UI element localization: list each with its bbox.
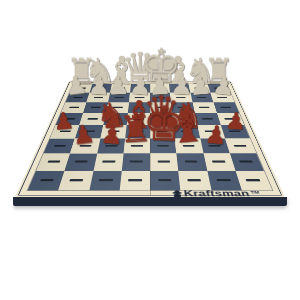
square-e1 (150, 171, 181, 191)
pawn-piece-glyph: ♟ (211, 73, 236, 100)
square-h1 (235, 171, 272, 191)
square-g1 (207, 171, 242, 191)
square-e2 (150, 153, 178, 170)
board-front-edge (13, 197, 287, 206)
square-c1 (89, 171, 122, 191)
square-d1 (119, 171, 150, 191)
square-g2 (203, 153, 235, 170)
kraftsman-logo-text: Kraftsman (183, 190, 250, 197)
craftsman-hat-figure-icon (173, 190, 183, 197)
square-f2 (177, 153, 207, 170)
product-photo: ♜♞♝♛♚♝♞♜♟♟♟♟♟♟♟♟♟♞♝♛♞♟♟♟♜♚♝♟ Kraftsman K… (0, 0, 300, 300)
board-scene: ♜♞♝♛♚♝♞♜♟♟♟♟♟♟♟♟♟♞♝♛♞♟♟♟♜♚♝♟ Kraftsman K… (0, 0, 300, 300)
square-f3: ♝ (175, 138, 203, 153)
square-c2 (93, 153, 123, 170)
square-g3: ♟ (200, 138, 230, 153)
square-h7: ♟ (210, 93, 234, 103)
kraftsman-logo: Kraftsman TM (173, 190, 261, 197)
square-b3: ♟ (70, 138, 100, 153)
bishop-piece-glyph: ♝ (168, 106, 207, 149)
square-d2 (122, 153, 150, 170)
square-b1 (58, 171, 93, 191)
square-b2 (65, 153, 97, 170)
square-f1 (178, 171, 211, 191)
pawn-piece-glyph: ♟ (71, 121, 97, 149)
chess-board: ♜♞♝♛♚♝♞♜♟♟♟♟♟♟♟♟♟♞♝♛♞♟♟♟♜♚♝♟ Kraftsman K… (15, 81, 285, 197)
square-h3 (225, 138, 256, 153)
pawn-piece-glyph: ♟ (204, 122, 229, 149)
pawn-piece-glyph: ♟ (63, 73, 88, 100)
trademark-symbol: TM (250, 190, 260, 194)
square-h2 (230, 153, 264, 170)
board-squares: ♜♞♝♛♚♝♞♜♟♟♟♟♟♟♟♟♟♞♝♛♞♟♟♟♜♚♝♟ (28, 84, 272, 190)
